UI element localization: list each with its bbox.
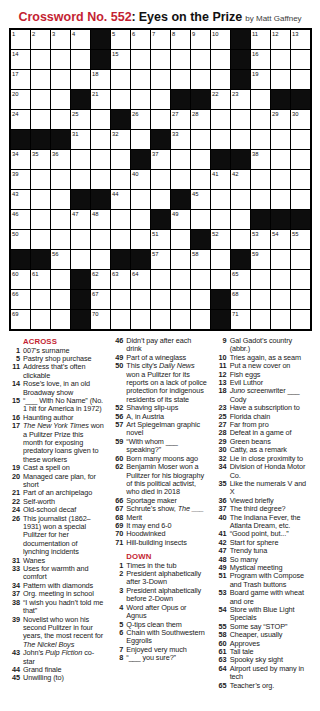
grid-cell[interactable] [91, 130, 110, 149]
grid-cell[interactable]: 23 [231, 90, 250, 109]
grid-cell[interactable]: 32 [111, 130, 130, 149]
grid-cell[interactable] [211, 70, 230, 89]
clue-text: John’s Pulp Fiction co-star [23, 649, 104, 666]
grid-cell[interactable] [191, 210, 210, 229]
grid-cell[interactable] [271, 270, 290, 289]
grid-cell[interactable]: 62 [91, 270, 110, 289]
grid-cell[interactable] [31, 70, 50, 89]
clue-item: 17The New York Times won a Pulitzer Priz… [9, 422, 104, 464]
grid-cell[interactable] [291, 170, 310, 189]
grid-cell[interactable] [151, 90, 170, 109]
grid-cell[interactable]: 6 [131, 30, 150, 49]
clue-item: 39Novelist who won his second Pulitzer i… [9, 616, 104, 650]
grid-cell[interactable] [271, 250, 290, 269]
grid-cell[interactable]: 45 [191, 190, 210, 209]
grid-cell[interactable] [131, 310, 150, 329]
grid-cell[interactable] [271, 70, 290, 89]
clue-text: Art Spiegelman graphic novel [126, 421, 207, 438]
grid-cell[interactable]: 48 [91, 210, 110, 229]
grid-cell[interactable] [151, 270, 170, 289]
grid-cell[interactable] [291, 190, 310, 209]
grid-cell[interactable] [111, 150, 130, 169]
grid-cell[interactable] [111, 290, 130, 309]
grid-cell[interactable]: 56 [51, 250, 70, 269]
clue-text: Teacher’s org. [230, 682, 311, 690]
clue-number: 54 [216, 606, 230, 614]
grid-cell[interactable]: 53 [251, 230, 270, 249]
grid-cell[interactable] [171, 170, 190, 189]
grid-cell[interactable]: 61 [31, 270, 50, 289]
grid-cell[interactable] [111, 90, 130, 109]
grid-cell[interactable] [171, 270, 190, 289]
grid-cell[interactable]: 58 [191, 250, 210, 269]
grid-cell[interactable]: 9 [191, 30, 210, 49]
grid-cell[interactable]: 66 [11, 290, 30, 309]
clue-number: 33 [9, 565, 23, 573]
grid-cell[interactable] [271, 130, 290, 149]
grid-cell[interactable]: 50 [11, 230, 30, 249]
cell-number: 47 [72, 211, 78, 218]
grid-cell[interactable] [251, 90, 270, 109]
black-square [211, 150, 230, 169]
grid-cell[interactable] [231, 230, 250, 249]
clue-item: 6Chain with Southwestern Eggrolls [112, 629, 207, 646]
clue-item: 15“___ With No Name” (No. 1 hit for Amer… [9, 397, 104, 414]
grid-cell[interactable] [131, 210, 150, 229]
grid-cell[interactable]: 2 [31, 30, 50, 49]
grid-cell[interactable]: 52 [211, 230, 230, 249]
clue-text: The New York Times won a Pulitzer Prize … [23, 422, 104, 464]
grid-cell[interactable]: 40 [131, 170, 150, 189]
cell-number: 10 [212, 31, 218, 38]
cell-number: 43 [12, 191, 18, 198]
clue-number: 39 [9, 616, 23, 624]
grid-cell[interactable]: 11 [251, 30, 270, 49]
clue-column-1: ACROSS1007’s surname5Pastry shop purchas… [9, 337, 104, 690]
cell-number: 24 [12, 111, 18, 118]
grid-cell[interactable] [51, 50, 70, 69]
black-square [31, 130, 50, 149]
black-square [231, 250, 250, 269]
clue-number: 34 [216, 463, 230, 471]
grid-cell[interactable] [211, 50, 230, 69]
grid-cell[interactable]: 14 [11, 50, 30, 69]
cell-number: 32 [112, 131, 118, 138]
grid-cell[interactable] [131, 50, 150, 69]
grid-cell[interactable] [251, 290, 270, 309]
grid-cell[interactable] [91, 150, 110, 169]
grid-cell[interactable] [171, 250, 190, 269]
black-square [291, 90, 310, 109]
grid-cell[interactable] [31, 290, 50, 309]
grid-cell[interactable]: 26 [131, 110, 150, 129]
grid-cell[interactable] [51, 270, 70, 289]
cell-number: 17 [12, 71, 18, 78]
grid-cell[interactable] [151, 50, 170, 69]
grid-cell[interactable] [71, 250, 90, 269]
grid-cell[interactable] [291, 290, 310, 309]
grid-cell[interactable] [131, 130, 150, 149]
clue-number: 71 [112, 539, 126, 547]
black-square [231, 30, 250, 49]
grid-cell[interactable]: 59 [251, 250, 270, 269]
grid-cell[interactable]: 3 [51, 30, 70, 49]
grid-cell[interactable] [271, 170, 290, 189]
grid-cell[interactable] [291, 50, 310, 69]
grid-cell[interactable]: 42 [231, 170, 250, 189]
grid-cell[interactable] [31, 310, 50, 329]
grid-cell[interactable] [31, 50, 50, 69]
grid-cell[interactable] [191, 290, 210, 309]
grid-cell[interactable] [231, 190, 250, 209]
cell-number: 27 [172, 111, 178, 118]
grid-cell[interactable] [191, 150, 210, 169]
grid-cell[interactable] [31, 190, 50, 209]
grid-cell[interactable] [171, 50, 190, 69]
clue-column-2: 46Didn’t pay after each drink49Part of a… [112, 337, 207, 690]
grid-cell[interactable] [51, 170, 70, 189]
cell-number: 68 [232, 291, 238, 298]
grid-cell[interactable] [51, 70, 70, 89]
cell-number: 39 [12, 171, 18, 178]
grid-cell[interactable] [191, 170, 210, 189]
grid-cell[interactable] [71, 70, 90, 89]
grid-cell[interactable]: 24 [11, 110, 30, 129]
grid-cell[interactable] [131, 70, 150, 89]
grid-cell[interactable]: 39 [11, 170, 30, 189]
grid-cell[interactable] [71, 170, 90, 189]
grid-cell[interactable] [151, 70, 170, 89]
grid-cell[interactable] [171, 70, 190, 89]
cell-number: 25 [72, 111, 78, 118]
grid-cell[interactable] [131, 290, 150, 309]
cell-number: 48 [92, 211, 98, 218]
clue-item: 2President alphabetically after 3-Down [112, 570, 207, 587]
grid-cell[interactable] [131, 90, 150, 109]
grid-cell[interactable] [111, 310, 130, 329]
grid-cell[interactable] [31, 110, 50, 129]
grid-cell[interactable]: 65 [231, 270, 250, 289]
grid-cell[interactable]: 33 [171, 130, 190, 149]
clue-item: 4Word after Opus or Agnus [112, 604, 207, 621]
grid-cell[interactable] [231, 130, 250, 149]
clue-text: Benjamin Moser won a Pulitzer for his bi… [126, 463, 207, 497]
clue-number: 35 [216, 480, 230, 488]
grid-cell[interactable]: 25 [71, 110, 90, 129]
grid-cell[interactable]: 35 [31, 150, 50, 169]
grid-cell[interactable] [271, 50, 290, 69]
clue-number: 46 [112, 337, 126, 345]
grid-cell[interactable]: 69 [11, 310, 30, 329]
grid-cell[interactable] [151, 310, 170, 329]
cell-number: 61 [32, 271, 38, 278]
grid-cell[interactable] [191, 50, 210, 69]
grid-cell[interactable]: 43 [11, 190, 30, 209]
clue-number: 45 [9, 674, 23, 682]
grid-cell[interactable] [151, 110, 170, 129]
cell-number: 4 [72, 31, 75, 38]
clue-column-3: 9Gal Gadot’s country (abbr.)10Tries agai… [216, 337, 311, 690]
grid-cell[interactable] [191, 70, 210, 89]
grid-cell[interactable] [231, 110, 250, 129]
clue-item: 71Hill-building insects [112, 539, 207, 547]
cell-number: 8 [172, 31, 175, 38]
grid-cell[interactable] [251, 110, 270, 129]
grid-cell[interactable] [111, 210, 130, 229]
grid-cell[interactable] [111, 70, 130, 89]
grid-cell[interactable] [31, 90, 50, 109]
grid-cell[interactable] [211, 110, 230, 129]
grid-cell[interactable]: 22 [211, 90, 230, 109]
clue-number: 51 [216, 572, 230, 580]
grid-cell[interactable]: 15 [111, 50, 130, 69]
grid-cell[interactable] [251, 170, 270, 189]
grid-cell[interactable] [51, 210, 70, 229]
grid-cell[interactable]: 1 [11, 30, 30, 49]
grid-cell[interactable] [251, 270, 270, 289]
cell-number: 58 [192, 251, 198, 258]
grid-cell[interactable]: 67 [91, 290, 110, 309]
cell-number: 11 [252, 31, 258, 38]
cell-number: 12 [272, 31, 278, 38]
grid-cell[interactable] [271, 190, 290, 209]
cell-number: 5 [112, 31, 115, 38]
grid-cell[interactable]: 41 [211, 170, 230, 189]
cell-number: 66 [12, 291, 18, 298]
grid-cell[interactable] [31, 210, 50, 229]
grid-cell[interactable] [151, 190, 170, 209]
grid-cell[interactable] [291, 250, 310, 269]
grid-cell[interactable]: 49 [171, 210, 190, 229]
black-square [171, 90, 190, 109]
grid-cell[interactable] [191, 130, 210, 149]
grid-cell[interactable]: 16 [251, 50, 270, 69]
grid-cell[interactable]: 19 [251, 70, 270, 89]
cell-number: 31 [72, 131, 78, 138]
clue-number: 15 [9, 397, 23, 405]
grid-cell[interactable] [91, 170, 110, 189]
grid-cell[interactable] [171, 290, 190, 309]
grid-cell[interactable] [271, 150, 290, 169]
grid-cell[interactable] [171, 150, 190, 169]
cell-number: 34 [12, 151, 18, 158]
cell-number: 9 [192, 31, 195, 38]
cell-number: 2 [32, 31, 35, 38]
clue-text: Novelist who won his second Pulitzer in … [23, 616, 104, 650]
cell-number: 19 [252, 71, 258, 78]
clue-text: Address that’s often clickable [23, 363, 104, 380]
grid-cell[interactable]: 63 [111, 270, 130, 289]
grid-cell[interactable]: 60 [11, 270, 30, 289]
clue-item: 18Juno screenwriter ___ Cody [216, 387, 311, 404]
black-square [231, 70, 250, 89]
cell-number: 51 [152, 231, 158, 238]
clue-item: 53Board game with wheat and ore [216, 589, 311, 606]
grid-cell[interactable] [251, 310, 270, 329]
grid-cell[interactable]: 7 [151, 30, 170, 49]
clue-text: Didn’t pay after each drink [126, 337, 207, 354]
grid-cell[interactable]: 68 [231, 290, 250, 309]
grid-cell[interactable] [251, 130, 270, 149]
grid-cell[interactable] [71, 230, 90, 249]
clue-number: 9 [216, 337, 230, 345]
grid-cell[interactable] [71, 150, 90, 169]
grid-cell[interactable] [151, 170, 170, 189]
grid-cell[interactable]: 46 [11, 210, 30, 229]
clue-number: 20 [9, 473, 23, 481]
grid-cell[interactable] [31, 170, 50, 189]
grid-cell[interactable] [31, 230, 50, 249]
grid-cell[interactable]: 21 [91, 90, 110, 109]
grid-cell[interactable]: 54 [271, 230, 290, 249]
clue-text: President alphabetically before 2-Down [126, 587, 207, 604]
grid-cell[interactable] [291, 70, 310, 89]
grid-cell[interactable] [231, 210, 250, 229]
grid-cell[interactable]: 38 [251, 150, 270, 169]
crossword-number: Crossword No. 552 [18, 10, 131, 24]
clue-item: 3President alphabetically before 2-Down [112, 587, 207, 604]
grid-cell[interactable] [111, 230, 130, 249]
black-square [11, 130, 30, 149]
cell-number: 40 [132, 171, 138, 178]
grid-cell[interactable] [71, 50, 90, 69]
grid-cell[interactable] [211, 210, 230, 229]
clue-item: 57Art Spiegelman graphic novel [112, 421, 207, 438]
cell-number: 37 [152, 151, 158, 158]
black-square [231, 150, 250, 169]
grid-cell[interactable] [51, 310, 70, 329]
grid-cell[interactable]: 5 [111, 30, 130, 49]
black-square [151, 210, 170, 229]
clue-text: Uses for warmth and comfort [23, 565, 104, 582]
grid-cell[interactable] [291, 130, 310, 149]
grid-cell[interactable] [191, 310, 210, 329]
grid-cell[interactable]: 71 [231, 310, 250, 329]
grid-cell[interactable] [151, 290, 170, 309]
clue-item: 40The Indiana Fever, the Atlanta Dream, … [216, 514, 311, 531]
grid-cell[interactable]: 13 [291, 30, 310, 49]
black-square [271, 90, 290, 109]
cell-number: 60 [12, 271, 18, 278]
clue-number: 50 [112, 362, 126, 370]
grid-cell[interactable] [51, 290, 70, 309]
grid-cell[interactable]: 31 [71, 130, 90, 149]
clue-number: 26 [9, 515, 23, 523]
black-square [271, 210, 290, 229]
grid-cell[interactable] [131, 230, 150, 249]
grid-cell[interactable] [51, 90, 70, 109]
grid-cell[interactable] [291, 310, 310, 329]
grid-cell[interactable] [131, 190, 150, 209]
clue-text: Word after Opus or Agnus [126, 604, 207, 621]
clue-number: 6 [112, 629, 126, 637]
grid-cell[interactable]: 8 [171, 30, 190, 49]
grid-cell[interactable] [171, 310, 190, 329]
grid-cell[interactable]: 37 [151, 150, 170, 169]
grid-cell[interactable]: 30 [291, 110, 310, 129]
cell-number: 16 [252, 51, 258, 58]
grid-cell[interactable] [211, 190, 230, 209]
cell-number: 1 [12, 31, 15, 38]
grid-cell[interactable] [91, 230, 110, 249]
clue-number: 4 [112, 604, 126, 612]
clue-item: 9Gal Gadot’s country (abbr.) [216, 337, 311, 354]
black-square [11, 250, 30, 269]
grid-cell[interactable] [271, 310, 290, 329]
grid-cell[interactable]: 55 [291, 230, 310, 249]
grid-cell[interactable] [271, 290, 290, 309]
clue-item: 14Rose’s love, in an old Broadway show [9, 380, 104, 397]
grid-cell[interactable]: 10 [211, 30, 230, 49]
grid-cell[interactable]: 36 [51, 150, 70, 169]
grid-cell[interactable]: 44 [111, 190, 130, 209]
clue-number: 64 [216, 665, 230, 673]
grid-cell[interactable] [211, 250, 230, 269]
grid-cell[interactable]: 27 [171, 110, 190, 129]
grid-cell[interactable]: 17 [11, 70, 30, 89]
clue-number: 43 [9, 649, 23, 657]
clue-text: Unwilling (to) [23, 674, 104, 682]
grid-cell[interactable] [111, 170, 130, 189]
clue-text: President alphabetically after 3-Down [126, 570, 207, 587]
grid-cell[interactable]: 12 [271, 30, 290, 49]
grid-cell[interactable]: 18 [91, 70, 110, 89]
grid-cell[interactable]: 70 [91, 310, 110, 329]
clue-number: 65 [216, 682, 230, 690]
grid-cell[interactable] [211, 130, 230, 149]
grid-cell[interactable] [51, 190, 70, 209]
black-square [171, 190, 190, 209]
grid-cell[interactable] [51, 230, 70, 249]
clue-item: 20Managed care plan, for short [9, 473, 104, 490]
grid-cell[interactable] [91, 110, 110, 129]
grid-cell[interactable] [211, 270, 230, 289]
black-square [251, 210, 270, 229]
cell-number: 23 [232, 91, 238, 98]
clue-text: Division of Honda Motor Co. [230, 463, 311, 480]
clue-item: 11Address that’s often clickable [9, 363, 104, 380]
cell-number: 69 [12, 311, 18, 318]
grid-cell[interactable]: 4 [71, 30, 90, 49]
clue-number: 57 [112, 421, 126, 429]
clue-number: 18 [216, 387, 230, 395]
grid-cell[interactable]: 29 [271, 110, 290, 129]
clue-text: Chain with Southwestern Eggrolls [126, 629, 207, 646]
cell-number: 14 [12, 51, 18, 58]
grid-cell[interactable] [51, 110, 70, 129]
clue-text: “___ With No Name” (No. 1 hit for Americ… [23, 397, 104, 414]
grid-cell[interactable] [291, 270, 310, 289]
grid-cell[interactable] [191, 270, 210, 289]
clue-item: 59“With whom ___ speaking?” [112, 438, 207, 455]
grid-cell[interactable]: 20 [11, 90, 30, 109]
cell-number: 18 [92, 71, 98, 78]
grid-cell[interactable]: 64 [131, 270, 150, 289]
grid-cell[interactable]: 34 [11, 150, 30, 169]
grid-cell[interactable] [251, 190, 270, 209]
clue-text: Gal Gadot’s country (abbr.) [230, 337, 311, 354]
grid-cell[interactable]: 47 [71, 210, 90, 229]
cell-number: 20 [12, 91, 18, 98]
grid-cell[interactable]: 51 [151, 230, 170, 249]
grid-cell[interactable] [91, 250, 110, 269]
grid-cell[interactable] [291, 150, 310, 169]
clue-text: Hill-building insects [126, 539, 207, 547]
grid-cell[interactable]: 57 [151, 250, 170, 269]
grid-cell[interactable]: 28 [191, 110, 210, 129]
cell-number: 29 [272, 111, 278, 118]
grid-cell[interactable] [171, 230, 190, 249]
